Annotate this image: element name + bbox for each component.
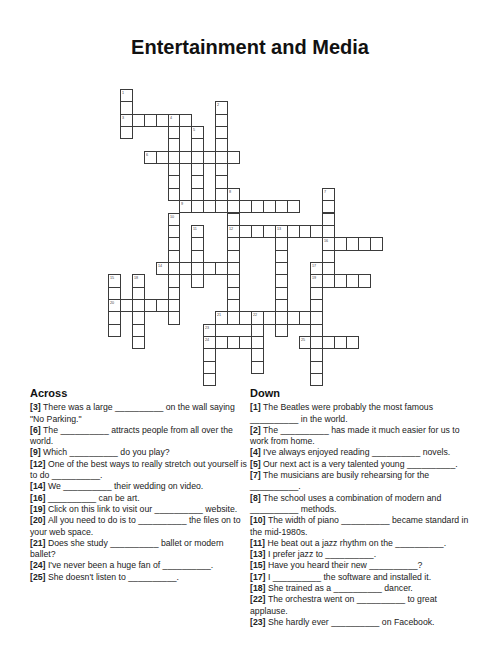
cell-number: 8: [229, 190, 231, 194]
grid-cell: [370, 237, 383, 250]
grid-cell: 5: [191, 126, 204, 139]
grid-cell: [322, 200, 335, 213]
grid-cell: [227, 213, 240, 226]
grid-cell: [322, 225, 335, 238]
grid-cell: [191, 274, 204, 287]
clue-item: [23] She hardly ever __________ on Faceb…: [250, 617, 473, 628]
grid-cell: 10: [168, 213, 181, 226]
grid-cell: [191, 250, 204, 263]
grid-cell: [275, 262, 288, 275]
grid-cell: [168, 163, 181, 176]
clue-item: [25] She doesn't listen to __________.: [30, 572, 249, 583]
grid-cell: 8: [227, 188, 240, 201]
grid-cell: [215, 114, 228, 127]
grid-cell: [227, 287, 240, 300]
grid-cell: [310, 287, 323, 300]
crossword-grid: 1234568791011121316141715181920212223242…: [108, 89, 384, 387]
grid-cell: [191, 175, 204, 188]
clue-item: [5] Our next act is a very talented youn…: [250, 459, 473, 470]
page-title: Entertainment and Media: [0, 36, 500, 59]
cell-number: 18: [134, 276, 138, 280]
grid-cell: [191, 237, 204, 250]
grid-cell: [168, 250, 181, 263]
grid-cell: [251, 348, 264, 361]
cell-number: 3: [122, 116, 124, 120]
clue-number: [15]: [250, 560, 268, 570]
worksheet-page: Entertainment and Media 1234568791011121…: [0, 0, 500, 647]
grid-cell: [215, 126, 228, 139]
grid-cell: [215, 138, 228, 151]
grid-cell: [275, 287, 288, 300]
cell-number: 19: [312, 276, 316, 280]
clue-item: [8] The school uses a combination of mod…: [250, 493, 473, 516]
clue-item: [13] I prefer jazz to __________.: [250, 549, 473, 560]
cell-number: 15: [110, 276, 114, 280]
grid-cell: [120, 101, 133, 114]
cell-number: 24: [205, 338, 209, 342]
clue-item: [9] Which __________ do you play?: [30, 447, 249, 458]
clue-item: [18] She trained as a __________ dancer.: [250, 583, 473, 594]
grid-cell: [203, 373, 216, 386]
grid-cell: [251, 324, 264, 337]
grid-cell: [310, 324, 323, 337]
grid-cell: [168, 237, 181, 250]
clue-number: [4]: [250, 447, 263, 457]
grid-cell: [168, 126, 181, 139]
grid-cell: 15: [108, 274, 121, 287]
clue-number: [5]: [250, 459, 263, 469]
clue-item: [19] Click on this link to visit our ___…: [30, 504, 249, 515]
cell-number: 25: [301, 338, 305, 342]
clue-number: [23]: [250, 617, 268, 627]
grid-cell: [227, 262, 240, 275]
clue-number: [11]: [250, 538, 267, 548]
cell-number: 11: [193, 227, 197, 231]
grid-cell: 1: [120, 89, 133, 102]
cell-number: 17: [312, 264, 316, 268]
grid-cell: [132, 287, 145, 300]
cell-number: 5: [193, 128, 195, 132]
clue-number: [13]: [250, 549, 268, 559]
grid-cell: [322, 262, 335, 275]
clue-number: [18]: [250, 583, 268, 593]
grid-cell: [251, 336, 264, 349]
grid-cell: [203, 361, 216, 374]
grid-cell: [168, 274, 181, 287]
clue-item: [14] We __________ their wedding on vide…: [30, 481, 249, 492]
clue-number: [16]: [30, 493, 48, 503]
grid-cell: [310, 373, 323, 386]
grid-cell: [215, 175, 228, 188]
clue-item: [10] The width of piano __________ becam…: [250, 515, 473, 538]
grid-cell: [168, 138, 181, 151]
clue-item: [15] Have you heard their new __________…: [250, 560, 473, 571]
grid-cell: 23: [203, 324, 216, 337]
cell-number: 10: [170, 215, 174, 219]
clue-item: [22] The orchestra went on __________ to…: [250, 594, 473, 617]
grid-cell: [322, 250, 335, 263]
clue-number: [2]: [250, 425, 263, 435]
clue-number: [7]: [250, 470, 263, 480]
grid-cell: [275, 250, 288, 263]
grid-cell: [168, 188, 181, 201]
clue-number: [25]: [30, 572, 48, 582]
grid-cell: 18: [132, 274, 145, 287]
grid-cell: [168, 299, 181, 312]
across-clue-list: [3] There was a large __________ on the …: [30, 402, 249, 583]
clue-number: [21]: [30, 538, 48, 548]
clue-item: [4] I've always enjoyed reading ________…: [250, 447, 473, 458]
grid-cell: [251, 361, 264, 374]
grid-cell: [227, 299, 240, 312]
clue-number: [1]: [250, 402, 263, 412]
cell-number: 13: [277, 227, 281, 231]
grid-cell: [203, 348, 216, 361]
grid-cell: [108, 324, 121, 337]
grid-cell: [108, 311, 121, 324]
clue-number: [24]: [30, 560, 48, 570]
grid-cell: 2: [215, 101, 228, 114]
clue-item: [11] He beat out a jazz rhythm on the __…: [250, 538, 473, 549]
cell-number: 14: [158, 264, 162, 268]
clue-item: [20] All you need to do is to __________…: [30, 515, 249, 538]
grid-cell: [275, 274, 288, 287]
clue-number: [14]: [30, 481, 48, 491]
cell-number: 1: [122, 91, 124, 95]
down-clue-list: [1] The Beatles were probably the most f…: [250, 402, 473, 628]
down-heading: Down: [250, 388, 473, 399]
cell-number: 2: [217, 103, 219, 107]
clue-item: [17] I __________ the software and insta…: [250, 572, 473, 583]
grid-cell: [227, 151, 240, 164]
grid-cell: [108, 287, 121, 300]
grid-cell: [132, 324, 145, 337]
across-heading: Across: [30, 388, 249, 399]
grid-cell: [132, 311, 145, 324]
grid-cell: [191, 138, 204, 151]
clue-item: [24] I've never been a huge fan of _____…: [30, 560, 249, 571]
grid-cell: [287, 200, 300, 213]
cell-number: 21: [217, 313, 221, 317]
cell-number: 9: [181, 202, 183, 206]
clue-item: [21] Does she study __________ ballet or…: [30, 538, 249, 561]
clue-number: [22]: [250, 594, 268, 604]
grid-cell: [191, 163, 204, 176]
clue-item: [6] The __________ attracts people from …: [30, 425, 249, 448]
grid-cell: [227, 237, 240, 250]
cell-number: 6: [146, 153, 148, 157]
grid-cell: [275, 237, 288, 250]
grid-cell: [358, 274, 371, 287]
clue-number: [6]: [30, 425, 43, 435]
grid-cell: [346, 336, 359, 349]
clue-number: [12]: [30, 459, 48, 469]
across-clues-section: Across [3] There was a large __________ …: [30, 388, 249, 583]
grid-cell: [179, 114, 192, 127]
clue-item: [2] The __________ has made it much easi…: [250, 425, 473, 448]
cell-number: 4: [170, 116, 172, 120]
down-clues-section: Down [1] The Beatles were probably the m…: [250, 388, 473, 628]
clue-number: [10]: [250, 515, 268, 525]
cell-number: 12: [229, 227, 233, 231]
grid-cell: [168, 225, 181, 238]
grid-cell: [168, 311, 181, 324]
clue-item: [1] The Beatles were probably the most f…: [250, 402, 473, 425]
clue-number: [17]: [250, 572, 268, 582]
clue-item: [12] One of the best ways to really stre…: [30, 459, 249, 482]
grid-cell: [215, 163, 228, 176]
grid-cell: 11: [191, 225, 204, 238]
grid-cell: [275, 324, 288, 337]
grid-cell: [191, 188, 204, 201]
grid-cell: [310, 348, 323, 361]
grid-cell: 7: [322, 188, 335, 201]
grid-cell: [310, 311, 323, 324]
cell-number: 22: [253, 313, 257, 317]
grid-cell: [227, 250, 240, 263]
grid-cell: [310, 299, 323, 312]
grid-cell: [322, 213, 335, 226]
grid-cell: [275, 299, 288, 312]
clue-number: [8]: [250, 493, 263, 503]
cell-number: 16: [324, 239, 328, 243]
grid-cell: [168, 175, 181, 188]
grid-cell: [120, 126, 133, 139]
grid-cell: [168, 287, 181, 300]
clue-number: [20]: [30, 515, 48, 525]
clue-item: [16] __________ can be art.: [30, 493, 249, 504]
cell-number: 23: [205, 326, 209, 330]
cell-number: 7: [324, 190, 326, 194]
grid-cell: [310, 361, 323, 374]
clue-number: [9]: [30, 447, 43, 457]
clue-item: [3] There was a large __________ on the …: [30, 402, 249, 425]
grid-cell: [132, 336, 145, 349]
clue-item: [7] The musicians are busily rehearsing …: [250, 470, 473, 493]
grid-cell: [227, 274, 240, 287]
clue-number: [3]: [30, 402, 43, 412]
cell-number: 20: [110, 301, 114, 305]
clue-number: [19]: [30, 504, 48, 514]
